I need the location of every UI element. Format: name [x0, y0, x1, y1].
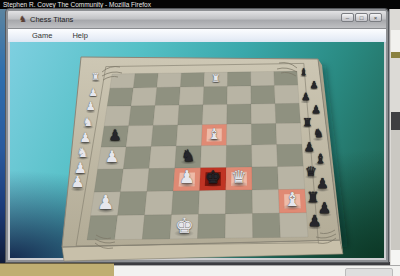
- square-e6[interactable]: [202, 105, 227, 125]
- square-b2[interactable]: [118, 192, 147, 216]
- square-d8[interactable]: [180, 73, 204, 88]
- square-h6[interactable]: [275, 103, 300, 123]
- square-b7[interactable]: [131, 88, 157, 107]
- piece-black-knight-d4[interactable]: ♞: [181, 148, 195, 164]
- piece-white-bishop-e5[interactable]: ♝: [208, 126, 221, 141]
- square-c6[interactable]: [153, 105, 179, 125]
- square-g3[interactable]: [252, 167, 279, 190]
- square-h5[interactable]: [276, 123, 302, 144]
- square-c4[interactable]: [149, 146, 176, 169]
- square-b5[interactable]: [126, 125, 153, 146]
- square-c5[interactable]: [151, 125, 178, 146]
- piece-white-king-d1[interactable]: ♚: [175, 214, 194, 235]
- square-b4[interactable]: [123, 147, 151, 170]
- captured-black-p[interactable]: ♟: [308, 214, 322, 229]
- square-a6[interactable]: [104, 106, 131, 126]
- screen: Stephen R. Covey The Community - Mozilla…: [0, 0, 400, 276]
- square-a8[interactable]: [110, 74, 135, 89]
- piece-white-pawn-a2[interactable]: ♟: [97, 192, 114, 211]
- captured-black-p[interactable]: ♟: [311, 104, 321, 115]
- square-e2[interactable]: [199, 190, 226, 214]
- square-f8[interactable]: [227, 72, 251, 87]
- captured-white-p[interactable]: ♟: [71, 175, 85, 190]
- square-d6[interactable]: [178, 105, 203, 125]
- piece-white-pawn-d3[interactable]: ♟: [179, 169, 195, 187]
- captured-black-p[interactable]: ♟: [304, 141, 315, 153]
- piece-white-rook-e8[interactable]: ♜: [211, 73, 220, 83]
- square-g6[interactable]: [251, 104, 276, 124]
- square-h1[interactable]: [279, 213, 308, 238]
- square-c3[interactable]: [147, 168, 175, 191]
- square-h4[interactable]: [277, 144, 304, 166]
- square-g7[interactable]: [251, 86, 275, 105]
- square-g4[interactable]: [252, 145, 278, 168]
- piece-white-bishop-h2[interactable]: ♝: [284, 190, 301, 209]
- square-e1[interactable]: [198, 214, 226, 239]
- square-d7[interactable]: [179, 87, 204, 105]
- square-c2[interactable]: [145, 191, 174, 215]
- square-e7[interactable]: [203, 86, 227, 104]
- square-g8[interactable]: [251, 71, 275, 86]
- captured-black-r[interactable]: ♜: [302, 117, 312, 128]
- square-b8[interactable]: [133, 73, 158, 88]
- square-a1[interactable]: [87, 215, 118, 240]
- square-a3[interactable]: [94, 169, 123, 192]
- square-e4[interactable]: [201, 145, 227, 167]
- square-d5[interactable]: [176, 125, 202, 146]
- captured-black-b[interactable]: ♝: [300, 68, 308, 77]
- square-h8[interactable]: [274, 71, 298, 86]
- captured-black-n[interactable]: ♞: [313, 129, 324, 141]
- captured-black-p[interactable]: ♟: [310, 80, 319, 90]
- square-f4[interactable]: [226, 145, 252, 168]
- piece-black-pawn-a5[interactable]: ♟: [108, 128, 121, 143]
- captured-white-n[interactable]: ♞: [83, 116, 94, 128]
- square-g2[interactable]: [252, 190, 279, 214]
- square-c8[interactable]: [157, 73, 182, 88]
- square-f1[interactable]: [225, 214, 253, 239]
- captured-white-p[interactable]: ♟: [80, 131, 92, 144]
- square-b1[interactable]: [115, 215, 145, 240]
- piece-white-pawn-a4[interactable]: ♟: [105, 149, 119, 165]
- square-h7[interactable]: [274, 85, 299, 103]
- piece-black-king-e3[interactable]: ♚: [205, 169, 221, 187]
- square-b6[interactable]: [129, 106, 155, 126]
- captured-white-r[interactable]: ♜: [91, 72, 100, 82]
- square-b3[interactable]: [121, 169, 150, 192]
- captured-black-q[interactable]: ♛: [305, 165, 317, 178]
- piece-white-queen-f3[interactable]: ♛: [231, 168, 247, 186]
- captured-white-p[interactable]: ♟: [88, 87, 97, 98]
- captured-white-n[interactable]: ♞: [77, 146, 89, 160]
- square-f5[interactable]: [227, 124, 252, 145]
- square-f6[interactable]: [227, 104, 252, 124]
- square-c1[interactable]: [142, 215, 171, 240]
- square-a7[interactable]: [107, 88, 133, 106]
- square-g1[interactable]: [253, 213, 281, 238]
- chess-board[interactable]: [0, 0, 400, 276]
- square-f2[interactable]: [226, 190, 253, 214]
- square-d2[interactable]: [172, 191, 200, 215]
- captured-black-p[interactable]: ♟: [301, 92, 310, 102]
- captured-white-p[interactable]: ♟: [85, 102, 95, 113]
- square-c7[interactable]: [155, 87, 180, 106]
- square-h3[interactable]: [278, 166, 305, 189]
- square-g5[interactable]: [251, 124, 276, 145]
- square-f7[interactable]: [227, 86, 251, 105]
